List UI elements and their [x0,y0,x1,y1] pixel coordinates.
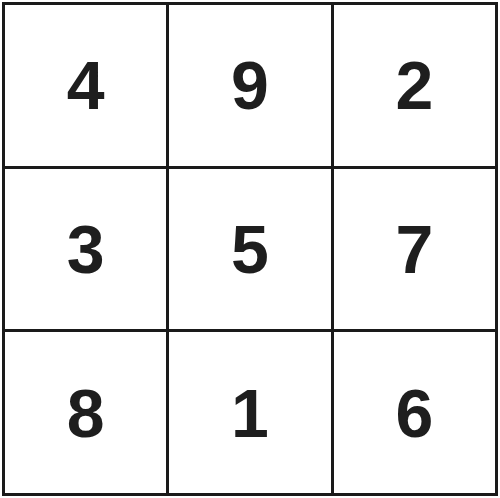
cell-r1c1: 5 [169,169,330,330]
cell-value: 5 [231,215,269,283]
cell-value: 7 [395,215,433,283]
cell-r0c2: 2 [334,5,495,166]
cell-r2c1: 1 [169,332,330,493]
cell-value: 3 [67,215,105,283]
magic-square-board: 4 9 2 3 5 7 8 1 6 [2,2,498,496]
cell-value: 1 [231,379,269,447]
cell-value: 9 [231,51,269,119]
cell-r1c2: 7 [334,169,495,330]
cell-value: 4 [67,51,105,119]
cell-r0c0: 4 [5,5,166,166]
cell-value: 6 [395,379,433,447]
cell-r1c0: 3 [5,169,166,330]
cell-value: 8 [67,379,105,447]
cell-r2c0: 8 [5,332,166,493]
cell-r0c1: 9 [169,5,330,166]
cell-value: 2 [395,51,433,119]
cell-r2c2: 6 [334,332,495,493]
